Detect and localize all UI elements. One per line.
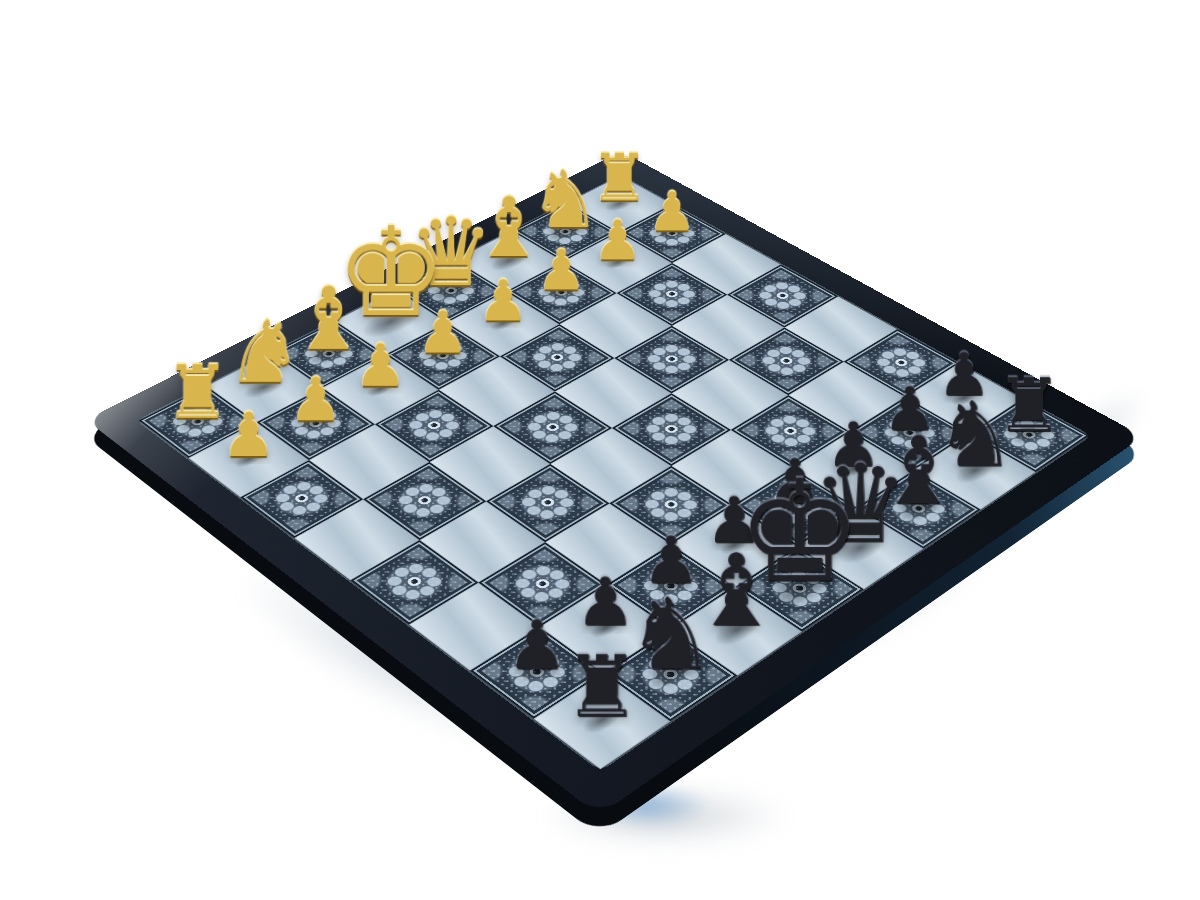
black-pawn: ♟ <box>507 611 568 679</box>
gold-pawn: ♟ <box>478 272 529 329</box>
scene: ♜♞♝♚♛♝♞♜♟♟♟♟♟♟♟♟♟♟♟♟♟♟♟♟♜♞♝♚♛♝♞♜ <box>0 0 1200 900</box>
playing-surface: ♜♞♝♚♛♝♞♜♟♟♟♟♟♟♟♟♟♟♟♟♟♟♟♟♜♞♝♚♛♝♞♜ <box>139 176 1089 770</box>
chess-board: ♜♞♝♚♛♝♞♜♟♟♟♟♟♟♟♟♟♟♟♟♟♟♟♟♜♞♝♚♛♝♞♜ <box>85 151 1143 815</box>
gold-pawn: ♟ <box>354 336 407 395</box>
black-rook: ♜ <box>564 643 640 728</box>
gold-pawn: ♟ <box>221 404 276 465</box>
gold-pawn: ♟ <box>593 213 642 268</box>
gold-pawn: ♟ <box>289 369 343 429</box>
gold-pawn: ♟ <box>536 242 586 298</box>
product-photo: ♜♞♝♚♛♝♞♜♟♟♟♟♟♟♟♟♟♟♟♟♟♟♟♟♜♞♝♚♛♝♞♜ <box>0 0 1200 900</box>
gold-pawn: ♟ <box>417 303 469 361</box>
gold-pawn: ♟ <box>648 185 696 239</box>
